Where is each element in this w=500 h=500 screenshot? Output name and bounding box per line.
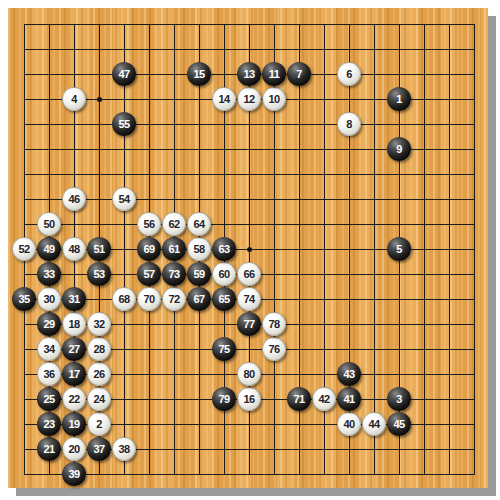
stone-white-move-44[interactable]: 44 [362, 412, 386, 436]
stone-white-move-52[interactable]: 52 [12, 237, 36, 261]
stone-white-move-78[interactable]: 78 [262, 312, 286, 336]
move-number-label: 22 [68, 394, 79, 405]
move-number-label: 23 [43, 419, 54, 430]
stone-black-move-9[interactable]: 9 [387, 137, 411, 161]
move-number-label: 30 [43, 294, 54, 305]
move-number-label: 55 [118, 119, 129, 130]
stone-white-move-80[interactable]: 80 [237, 362, 261, 386]
move-number-label: 54 [118, 194, 129, 205]
stone-white-move-72[interactable]: 72 [162, 287, 186, 311]
move-number-label: 2 [96, 419, 102, 430]
move-number-label: 79 [218, 394, 229, 405]
move-number-label: 69 [143, 244, 154, 255]
stone-black-move-51[interactable]: 51 [87, 237, 111, 261]
move-number-label: 36 [43, 369, 54, 380]
stone-black-move-35[interactable]: 35 [12, 287, 36, 311]
stone-white-move-34[interactable]: 34 [37, 337, 61, 361]
stone-black-move-15[interactable]: 15 [187, 62, 211, 86]
stone-white-move-48[interactable]: 48 [62, 237, 86, 261]
stone-white-move-60[interactable]: 60 [212, 262, 236, 286]
move-number-label: 77 [243, 319, 254, 330]
move-number-label: 15 [193, 69, 204, 80]
move-number-label: 32 [93, 319, 104, 330]
stone-white-move-6[interactable]: 6 [337, 62, 361, 86]
stone-white-move-70[interactable]: 70 [137, 287, 161, 311]
move-number-label: 35 [18, 294, 29, 305]
stone-white-move-68[interactable]: 68 [112, 287, 136, 311]
stone-white-move-10[interactable]: 10 [262, 87, 286, 111]
stone-white-move-18[interactable]: 18 [62, 312, 86, 336]
move-number-label: 17 [68, 369, 79, 380]
stone-white-move-64[interactable]: 64 [187, 212, 211, 236]
move-number-label: 18 [68, 319, 79, 330]
move-number-label: 47 [118, 69, 129, 80]
stone-black-move-71[interactable]: 71 [287, 387, 311, 411]
stone-white-move-42[interactable]: 42 [312, 387, 336, 411]
move-number-label: 13 [243, 69, 254, 80]
go-board[interactable]: 1234567891011121314151617181920212223242… [8, 8, 488, 488]
move-number-label: 59 [193, 269, 204, 280]
move-number-label: 29 [43, 319, 54, 330]
stone-white-move-4[interactable]: 4 [62, 87, 86, 111]
stone-white-move-66[interactable]: 66 [237, 262, 261, 286]
move-number-label: 14 [218, 94, 229, 105]
move-number-label: 9 [396, 144, 402, 155]
move-number-label: 38 [118, 444, 129, 455]
move-number-label: 12 [243, 94, 254, 105]
stone-black-move-1[interactable]: 1 [387, 87, 411, 111]
stone-white-move-38[interactable]: 38 [112, 437, 136, 461]
move-number-label: 21 [43, 444, 54, 455]
stone-white-move-50[interactable]: 50 [37, 212, 61, 236]
move-number-label: 50 [43, 219, 54, 230]
move-number-label: 19 [68, 419, 79, 430]
move-number-label: 37 [93, 444, 104, 455]
stone-black-move-45[interactable]: 45 [387, 412, 411, 436]
stone-black-move-53[interactable]: 53 [87, 262, 111, 286]
stone-black-move-77[interactable]: 77 [237, 312, 261, 336]
move-number-label: 71 [293, 394, 304, 405]
stone-white-move-74[interactable]: 74 [237, 287, 261, 311]
stone-white-move-62[interactable]: 62 [162, 212, 186, 236]
stone-black-move-47[interactable]: 47 [112, 62, 136, 86]
stone-black-move-75[interactable]: 75 [212, 337, 236, 361]
stone-white-move-16[interactable]: 16 [237, 387, 261, 411]
stone-white-move-8[interactable]: 8 [337, 112, 361, 136]
stone-black-move-79[interactable]: 79 [212, 387, 236, 411]
move-number-label: 80 [243, 369, 254, 380]
move-number-label: 16 [243, 394, 254, 405]
move-number-label: 60 [218, 269, 229, 280]
move-number-label: 34 [43, 344, 54, 355]
move-number-label: 33 [43, 269, 54, 280]
stone-black-move-49[interactable]: 49 [37, 237, 61, 261]
move-number-label: 39 [68, 469, 79, 480]
stone-black-move-57[interactable]: 57 [137, 262, 161, 286]
move-number-label: 51 [93, 244, 104, 255]
move-number-label: 49 [43, 244, 54, 255]
move-number-label: 40 [343, 419, 354, 430]
move-number-label: 20 [68, 444, 79, 455]
stone-black-move-33[interactable]: 33 [37, 262, 61, 286]
move-number-label: 6 [346, 69, 352, 80]
move-number-label: 41 [343, 394, 354, 405]
move-number-label: 4 [71, 94, 77, 105]
move-number-label: 62 [168, 219, 179, 230]
stone-black-move-31[interactable]: 31 [62, 287, 86, 311]
stone-black-move-73[interactable]: 73 [162, 262, 186, 286]
stone-white-move-24[interactable]: 24 [87, 387, 111, 411]
stone-black-move-5[interactable]: 5 [387, 237, 411, 261]
page-background: 1234567891011121314151617181920212223242… [0, 0, 500, 500]
move-number-label: 10 [268, 94, 279, 105]
move-number-label: 26 [93, 369, 104, 380]
move-number-label: 73 [168, 269, 179, 280]
move-number-label: 43 [343, 369, 354, 380]
move-number-label: 57 [143, 269, 154, 280]
move-number-label: 1 [396, 94, 402, 105]
stone-black-move-3[interactable]: 3 [387, 387, 411, 411]
stone-white-move-30[interactable]: 30 [37, 287, 61, 311]
move-number-label: 24 [93, 394, 104, 405]
stone-black-move-69[interactable]: 69 [137, 237, 161, 261]
stone-black-move-41[interactable]: 41 [337, 387, 361, 411]
stone-black-move-61[interactable]: 61 [162, 237, 186, 261]
move-number-label: 42 [318, 394, 329, 405]
move-number-label: 76 [268, 344, 279, 355]
move-number-label: 31 [68, 294, 79, 305]
move-number-label: 78 [268, 319, 279, 330]
move-number-label: 56 [143, 219, 154, 230]
move-number-label: 46 [68, 194, 79, 205]
move-number-label: 45 [393, 419, 404, 430]
move-number-label: 3 [396, 394, 402, 405]
stone-black-move-67[interactable]: 67 [187, 287, 211, 311]
move-number-label: 52 [18, 244, 29, 255]
stone-white-move-54[interactable]: 54 [112, 187, 136, 211]
stone-white-move-2[interactable]: 2 [87, 412, 111, 436]
stone-black-move-59[interactable]: 59 [187, 262, 211, 286]
move-number-label: 28 [93, 344, 104, 355]
stone-white-move-46[interactable]: 46 [62, 187, 86, 211]
stone-grid: 1234567891011121314151617181920212223242… [12, 12, 487, 487]
move-number-label: 70 [143, 294, 154, 305]
move-number-label: 61 [168, 244, 179, 255]
move-number-label: 74 [243, 294, 254, 305]
stone-white-move-32[interactable]: 32 [87, 312, 111, 336]
stone-white-move-36[interactable]: 36 [37, 362, 61, 386]
stone-black-move-11[interactable]: 11 [262, 62, 286, 86]
stone-white-move-40[interactable]: 40 [337, 412, 361, 436]
stone-black-move-25[interactable]: 25 [37, 387, 61, 411]
stone-black-move-17[interactable]: 17 [62, 362, 86, 386]
stone-white-move-76[interactable]: 76 [262, 337, 286, 361]
move-number-label: 48 [68, 244, 79, 255]
stone-white-move-12[interactable]: 12 [237, 87, 261, 111]
stone-white-move-20[interactable]: 20 [62, 437, 86, 461]
stone-white-move-58[interactable]: 58 [187, 237, 211, 261]
move-number-label: 25 [43, 394, 54, 405]
stone-black-move-29[interactable]: 29 [37, 312, 61, 336]
move-number-label: 7 [296, 69, 302, 80]
move-number-label: 27 [68, 344, 79, 355]
move-number-label: 66 [243, 269, 254, 280]
stone-white-move-14[interactable]: 14 [212, 87, 236, 111]
move-number-label: 65 [218, 294, 229, 305]
move-number-label: 72 [168, 294, 179, 305]
stone-black-move-13[interactable]: 13 [237, 62, 261, 86]
move-number-label: 68 [118, 294, 129, 305]
stone-white-move-28[interactable]: 28 [87, 337, 111, 361]
stone-black-move-27[interactable]: 27 [62, 337, 86, 361]
stone-black-move-65[interactable]: 65 [212, 287, 236, 311]
stone-black-move-55[interactable]: 55 [112, 112, 136, 136]
move-number-label: 44 [368, 419, 379, 430]
stone-black-move-21[interactable]: 21 [37, 437, 61, 461]
stone-black-move-7[interactable]: 7 [287, 62, 311, 86]
stone-black-move-37[interactable]: 37 [87, 437, 111, 461]
move-number-label: 67 [193, 294, 204, 305]
stone-black-move-63[interactable]: 63 [212, 237, 236, 261]
stone-white-move-26[interactable]: 26 [87, 362, 111, 386]
move-number-label: 63 [218, 244, 229, 255]
stone-black-move-19[interactable]: 19 [62, 412, 86, 436]
stone-black-move-23[interactable]: 23 [37, 412, 61, 436]
stone-white-move-22[interactable]: 22 [62, 387, 86, 411]
move-number-label: 64 [193, 219, 204, 230]
move-number-label: 11 [269, 69, 280, 80]
stone-black-move-43[interactable]: 43 [337, 362, 361, 386]
move-number-label: 8 [346, 119, 352, 130]
stone-black-move-39[interactable]: 39 [62, 462, 86, 486]
stone-white-move-56[interactable]: 56 [137, 212, 161, 236]
move-number-label: 75 [218, 344, 229, 355]
move-number-label: 5 [396, 244, 402, 255]
move-number-label: 58 [193, 244, 204, 255]
move-number-label: 53 [93, 269, 104, 280]
